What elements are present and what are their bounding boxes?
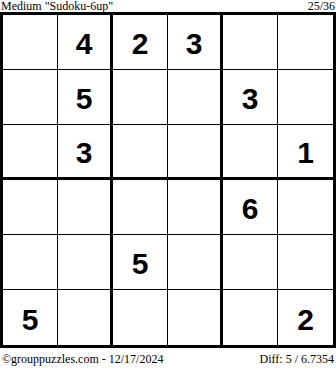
puzzle-title: Medium "Sudoku-6up": [0, 0, 113, 12]
cell-r2c1-empty[interactable]: [3, 70, 58, 125]
sudoku-grid: 42353316552: [0, 12, 336, 348]
cell-r6c5-empty[interactable]: [223, 290, 278, 345]
cell-r5c4-empty[interactable]: [168, 235, 223, 290]
cell-r4c6-empty[interactable]: [278, 180, 333, 235]
cell-r3c2-given: 3: [58, 125, 113, 180]
copyright-text: ©grouppuzzles.com - 12/17/2024: [0, 352, 163, 366]
cell-r3c5-empty[interactable]: [223, 125, 278, 180]
cell-counter: 25/36: [308, 0, 336, 12]
cell-r6c2-empty[interactable]: [58, 290, 113, 345]
cell-r6c4-empty[interactable]: [168, 290, 223, 345]
cell-r4c1-empty[interactable]: [3, 180, 58, 235]
cell-r1c6-empty[interactable]: [278, 15, 333, 70]
cell-r1c5-empty[interactable]: [223, 15, 278, 70]
cell-r6c3-empty[interactable]: [113, 290, 168, 345]
puzzle-page: Medium "Sudoku-6up" 25/36 42353316552 ©g…: [0, 0, 336, 370]
cell-r4c3-empty[interactable]: [113, 180, 168, 235]
difficulty-text: Diff: 5 / 6.7354: [260, 352, 336, 366]
cell-r1c2-given: 4: [58, 15, 113, 70]
cell-r2c5-given: 3: [223, 70, 278, 125]
cell-r5c6-empty[interactable]: [278, 235, 333, 290]
cell-r3c6-given: 1: [278, 125, 333, 180]
cell-r2c4-empty[interactable]: [168, 70, 223, 125]
cell-r6c1-given: 5: [3, 290, 58, 345]
cell-r5c5-empty[interactable]: [223, 235, 278, 290]
cell-r1c4-given: 3: [168, 15, 223, 70]
footer-row: ©grouppuzzles.com - 12/17/2024 Diff: 5 /…: [0, 352, 336, 368]
cell-r4c5-given: 6: [223, 180, 278, 235]
cell-r4c2-empty[interactable]: [58, 180, 113, 235]
cell-r4c4-empty[interactable]: [168, 180, 223, 235]
cell-r3c3-empty[interactable]: [113, 125, 168, 180]
cell-r1c3-given: 2: [113, 15, 168, 70]
cell-r6c6-given: 2: [278, 290, 333, 345]
cell-r1c1-empty[interactable]: [3, 15, 58, 70]
header-row: Medium "Sudoku-6up" 25/36: [0, 0, 336, 12]
cell-r3c1-empty[interactable]: [3, 125, 58, 180]
cell-r3c4-empty[interactable]: [168, 125, 223, 180]
cell-r5c3-given: 5: [113, 235, 168, 290]
cell-r2c3-empty[interactable]: [113, 70, 168, 125]
cell-r5c2-empty[interactable]: [58, 235, 113, 290]
cell-r2c6-empty[interactable]: [278, 70, 333, 125]
cell-r2c2-given: 5: [58, 70, 113, 125]
cell-r5c1-empty[interactable]: [3, 235, 58, 290]
